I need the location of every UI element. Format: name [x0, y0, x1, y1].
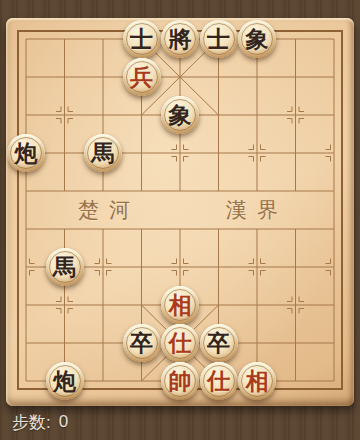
piece-glyph: 士 — [130, 27, 153, 50]
piece-glyph: 相 — [246, 369, 269, 392]
piece-black-advisor[interactable]: 士 — [123, 20, 161, 58]
piece-black-elephant[interactable]: 象 — [238, 20, 276, 58]
piece-red-elephant[interactable]: 相 — [161, 286, 199, 324]
piece-glyph: 炮 — [15, 141, 38, 164]
piece-glyph: 卒 — [207, 331, 230, 354]
piece-red-soldier[interactable]: 兵 — [123, 58, 161, 96]
piece-black-general[interactable]: 將 — [161, 20, 199, 58]
piece-black-horse[interactable]: 馬 — [46, 248, 84, 286]
piece-red-advisor[interactable]: 仕 — [200, 362, 238, 400]
piece-glyph: 馬 — [92, 141, 115, 164]
piece-red-general[interactable]: 帥 — [161, 362, 199, 400]
piece-glyph: 象 — [246, 27, 269, 50]
piece-black-horse[interactable]: 馬 — [84, 134, 122, 172]
piece-glyph: 士 — [207, 27, 230, 50]
piece-glyph: 馬 — [53, 255, 76, 278]
piece-glyph: 仕 — [169, 331, 192, 354]
piece-glyph: 兵 — [130, 65, 153, 88]
piece-black-soldier[interactable]: 卒 — [200, 324, 238, 362]
piece-glyph: 卒 — [130, 331, 153, 354]
piece-black-soldier[interactable]: 卒 — [123, 324, 161, 362]
piece-glyph: 炮 — [53, 369, 76, 392]
xiangqi-board[interactable]: 楚河 漢界 士將士象兵象炮馬馬相卒仕卒炮帥仕相 — [6, 18, 354, 406]
move-counter-value: 0 — [59, 412, 68, 432]
move-counter-label: 步数: — [12, 411, 51, 434]
piece-red-elephant[interactable]: 相 — [238, 362, 276, 400]
xiangqi-app: 楚河 漢界 士將士象兵象炮馬馬相卒仕卒炮帥仕相 步数: 0 — [0, 0, 360, 440]
piece-glyph: 相 — [169, 293, 192, 316]
piece-black-cannon[interactable]: 炮 — [7, 134, 45, 172]
piece-black-elephant[interactable]: 象 — [161, 96, 199, 134]
piece-glyph: 象 — [169, 103, 192, 126]
piece-black-cannon[interactable]: 炮 — [46, 362, 84, 400]
piece-black-advisor[interactable]: 士 — [200, 20, 238, 58]
piece-red-advisor[interactable]: 仕 — [161, 324, 199, 362]
piece-glyph: 將 — [169, 27, 192, 50]
piece-glyph: 帥 — [169, 369, 192, 392]
river-label-han: 漢界 — [204, 198, 300, 222]
piece-glyph: 仕 — [207, 369, 230, 392]
river-label-chu: 楚河 — [56, 198, 152, 222]
status-bar: 步数: 0 — [12, 411, 68, 433]
